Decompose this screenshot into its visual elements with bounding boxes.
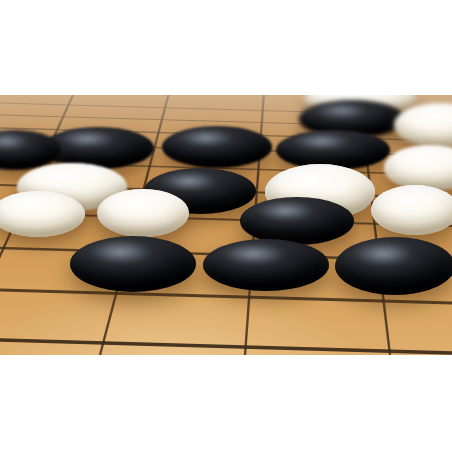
go-board-photo [0, 95, 452, 355]
black-stone [70, 236, 196, 292]
white-stone [97, 189, 189, 237]
white-stone [371, 185, 452, 235]
black-stone [240, 197, 354, 245]
white-stone [0, 191, 85, 237]
black-stone [162, 126, 272, 168]
black-stone [335, 237, 452, 295]
white-stone [394, 103, 452, 147]
go-photo-canvas [0, 0, 452, 452]
stones-layer [0, 95, 452, 355]
black-stone [203, 239, 329, 291]
